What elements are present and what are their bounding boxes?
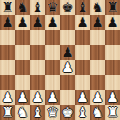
square-e8[interactable]: ♚ bbox=[60, 0, 75, 15]
piece-white-knight[interactable]: ♞ bbox=[16, 105, 28, 120]
square-e2[interactable] bbox=[60, 90, 75, 105]
square-h7[interactable]: ♟ bbox=[105, 15, 120, 30]
piece-black-knight[interactable]: ♞ bbox=[91, 0, 103, 15]
square-b2[interactable]: ♟ bbox=[15, 90, 30, 105]
square-h2[interactable]: ♟ bbox=[105, 90, 120, 105]
square-h6[interactable] bbox=[105, 30, 120, 45]
piece-black-pawn[interactable]: ♟ bbox=[16, 15, 28, 30]
square-h8[interactable]: ♜ bbox=[105, 0, 120, 15]
square-e3[interactable] bbox=[60, 75, 75, 90]
square-g8[interactable]: ♞ bbox=[90, 0, 105, 15]
piece-white-bishop[interactable]: ♝ bbox=[31, 105, 43, 120]
piece-white-bishop[interactable]: ♝ bbox=[76, 105, 88, 120]
square-h5[interactable] bbox=[105, 45, 120, 60]
square-c6[interactable] bbox=[30, 30, 45, 45]
square-a8[interactable]: ♜ bbox=[0, 0, 15, 15]
piece-black-queen[interactable]: ♛ bbox=[46, 0, 58, 15]
piece-black-pawn[interactable]: ♟ bbox=[106, 15, 118, 30]
square-a6[interactable] bbox=[0, 30, 15, 45]
square-e4[interactable]: ♟ bbox=[60, 60, 75, 75]
piece-black-bishop[interactable]: ♝ bbox=[31, 0, 43, 15]
square-f3[interactable] bbox=[75, 75, 90, 90]
square-g1[interactable]: ♞ bbox=[90, 105, 105, 120]
piece-white-pawn[interactable]: ♟ bbox=[91, 90, 103, 105]
square-h1[interactable]: ♜ bbox=[105, 105, 120, 120]
piece-black-pawn[interactable]: ♟ bbox=[1, 15, 13, 30]
square-e6[interactable] bbox=[60, 30, 75, 45]
chess-board: ♜♞♝♛♚♝♞♜♟♟♟♟♟♟♟♟♟♟♟♟♟♟♟♟♜♞♝♛♚♝♞♜ bbox=[0, 0, 120, 120]
piece-white-pawn[interactable]: ♟ bbox=[106, 90, 118, 105]
piece-black-rook[interactable]: ♜ bbox=[1, 0, 13, 15]
square-d4[interactable] bbox=[45, 60, 60, 75]
square-h4[interactable] bbox=[105, 60, 120, 75]
square-f8[interactable]: ♝ bbox=[75, 0, 90, 15]
square-g4[interactable] bbox=[90, 60, 105, 75]
piece-white-queen[interactable]: ♛ bbox=[46, 105, 58, 120]
piece-black-king[interactable]: ♚ bbox=[61, 0, 73, 15]
square-g2[interactable]: ♟ bbox=[90, 90, 105, 105]
piece-white-pawn[interactable]: ♟ bbox=[76, 90, 88, 105]
square-d3[interactable] bbox=[45, 75, 60, 90]
piece-white-knight[interactable]: ♞ bbox=[91, 105, 103, 120]
square-b4[interactable] bbox=[15, 60, 30, 75]
square-f6[interactable] bbox=[75, 30, 90, 45]
square-d7[interactable]: ♟ bbox=[45, 15, 60, 30]
square-c1[interactable]: ♝ bbox=[30, 105, 45, 120]
piece-white-pawn[interactable]: ♟ bbox=[31, 90, 43, 105]
square-c8[interactable]: ♝ bbox=[30, 0, 45, 15]
piece-black-pawn[interactable]: ♟ bbox=[76, 15, 88, 30]
square-b8[interactable]: ♞ bbox=[15, 0, 30, 15]
square-a2[interactable]: ♟ bbox=[0, 90, 15, 105]
square-d6[interactable] bbox=[45, 30, 60, 45]
square-e5[interactable]: ♟ bbox=[60, 45, 75, 60]
square-b6[interactable] bbox=[15, 30, 30, 45]
piece-white-pawn[interactable]: ♟ bbox=[1, 90, 13, 105]
piece-white-rook[interactable]: ♜ bbox=[106, 105, 118, 120]
square-d1[interactable]: ♛ bbox=[45, 105, 60, 120]
square-f4[interactable] bbox=[75, 60, 90, 75]
square-b7[interactable]: ♟ bbox=[15, 15, 30, 30]
piece-white-pawn[interactable]: ♟ bbox=[16, 90, 28, 105]
square-a7[interactable]: ♟ bbox=[0, 15, 15, 30]
square-g3[interactable] bbox=[90, 75, 105, 90]
square-f1[interactable]: ♝ bbox=[75, 105, 90, 120]
square-d5[interactable] bbox=[45, 45, 60, 60]
square-c7[interactable]: ♟ bbox=[30, 15, 45, 30]
piece-white-rook[interactable]: ♜ bbox=[1, 105, 13, 120]
piece-black-pawn[interactable]: ♟ bbox=[61, 45, 73, 60]
square-a1[interactable]: ♜ bbox=[0, 105, 15, 120]
piece-white-king[interactable]: ♚ bbox=[61, 105, 73, 120]
square-f2[interactable]: ♟ bbox=[75, 90, 90, 105]
piece-black-pawn[interactable]: ♟ bbox=[31, 15, 43, 30]
square-d2[interactable]: ♟ bbox=[45, 90, 60, 105]
piece-black-pawn[interactable]: ♟ bbox=[46, 15, 58, 30]
square-g5[interactable] bbox=[90, 45, 105, 60]
square-c4[interactable] bbox=[30, 60, 45, 75]
square-e7[interactable] bbox=[60, 15, 75, 30]
square-c2[interactable]: ♟ bbox=[30, 90, 45, 105]
square-d8[interactable]: ♛ bbox=[45, 0, 60, 15]
square-a3[interactable] bbox=[0, 75, 15, 90]
square-e1[interactable]: ♚ bbox=[60, 105, 75, 120]
piece-black-pawn[interactable]: ♟ bbox=[91, 15, 103, 30]
piece-black-rook[interactable]: ♜ bbox=[106, 0, 118, 15]
square-g7[interactable]: ♟ bbox=[90, 15, 105, 30]
square-f7[interactable]: ♟ bbox=[75, 15, 90, 30]
square-a5[interactable] bbox=[0, 45, 15, 60]
square-g6[interactable] bbox=[90, 30, 105, 45]
square-b1[interactable]: ♞ bbox=[15, 105, 30, 120]
piece-white-pawn[interactable]: ♟ bbox=[61, 60, 73, 75]
square-f5[interactable] bbox=[75, 45, 90, 60]
square-c5[interactable] bbox=[30, 45, 45, 60]
square-c3[interactable] bbox=[30, 75, 45, 90]
square-h3[interactable] bbox=[105, 75, 120, 90]
piece-white-pawn[interactable]: ♟ bbox=[46, 90, 58, 105]
piece-black-bishop[interactable]: ♝ bbox=[76, 0, 88, 15]
piece-black-knight[interactable]: ♞ bbox=[16, 0, 28, 15]
square-b3[interactable] bbox=[15, 75, 30, 90]
square-a4[interactable] bbox=[0, 60, 15, 75]
square-b5[interactable] bbox=[15, 45, 30, 60]
